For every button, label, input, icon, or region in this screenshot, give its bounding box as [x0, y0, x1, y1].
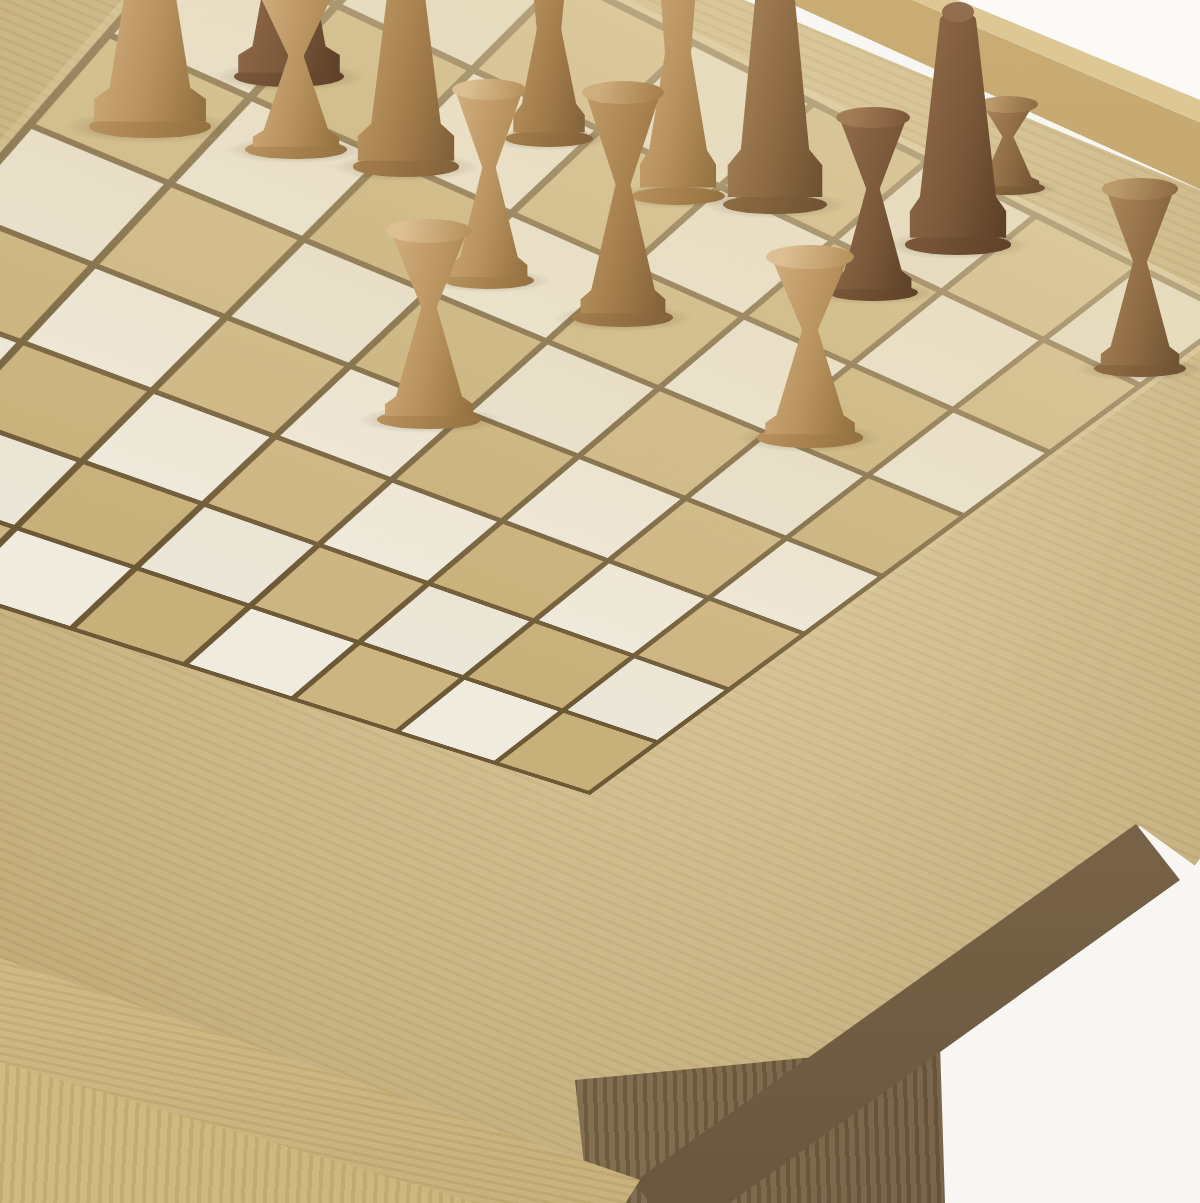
piece-body: [570, 84, 676, 318]
pieces-layer: [0, 0, 1200, 1203]
chess-piece-pawn-g6[interactable]: [754, 248, 866, 438]
piece-body: [720, 0, 830, 205]
piece-top-disc: [386, 219, 472, 243]
piece-body: [754, 248, 866, 438]
piece-top-disc: [1102, 178, 1178, 200]
piece-base: [723, 195, 826, 215]
chess-table-photo: [0, 0, 1200, 1203]
piece-body: [374, 222, 484, 420]
piece-dome-cap: [942, 2, 973, 22]
chess-piece-pawn-e6[interactable]: [570, 84, 676, 318]
piece-body: [85, 0, 215, 127]
piece-body: [1091, 181, 1189, 369]
piece-body: [242, 0, 350, 150]
chess-piece-pawn-e4[interactable]: [374, 222, 484, 420]
piece-top-disc: [766, 245, 853, 270]
piece-top-disc: [582, 81, 665, 104]
chess-piece-pawn-h8[interactable]: [1091, 181, 1189, 369]
chess-piece-rook-b6[interactable]: [242, 0, 350, 150]
chess-piece-knight-a6[interactable]: [85, 0, 215, 127]
chess-piece-bishop-e8[interactable]: [720, 0, 830, 205]
